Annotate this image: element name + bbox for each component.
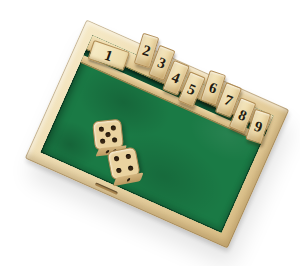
die-left[interactable] — [92, 119, 124, 151]
tile-1-down[interactable]: 1 — [88, 40, 130, 71]
product-photo: 1 2 3 4 5 6 7 8 9 — [0, 0, 300, 266]
die-right[interactable] — [107, 146, 141, 180]
die-pip — [111, 125, 116, 130]
die-pip — [112, 138, 117, 143]
die-pip — [98, 126, 103, 131]
die-pip — [113, 156, 119, 162]
die-pip — [128, 166, 134, 172]
shut-the-box-board: 1 2 3 4 5 6 7 8 9 — [25, 19, 290, 248]
die-pip — [126, 153, 132, 159]
die-pip — [105, 132, 110, 137]
felt-play-area: 1 2 3 4 5 6 7 8 9 — [41, 35, 274, 232]
die-pip — [126, 177, 130, 181]
die-left-top-face — [93, 120, 123, 150]
die-pip — [116, 168, 122, 174]
die-pip — [100, 139, 105, 144]
